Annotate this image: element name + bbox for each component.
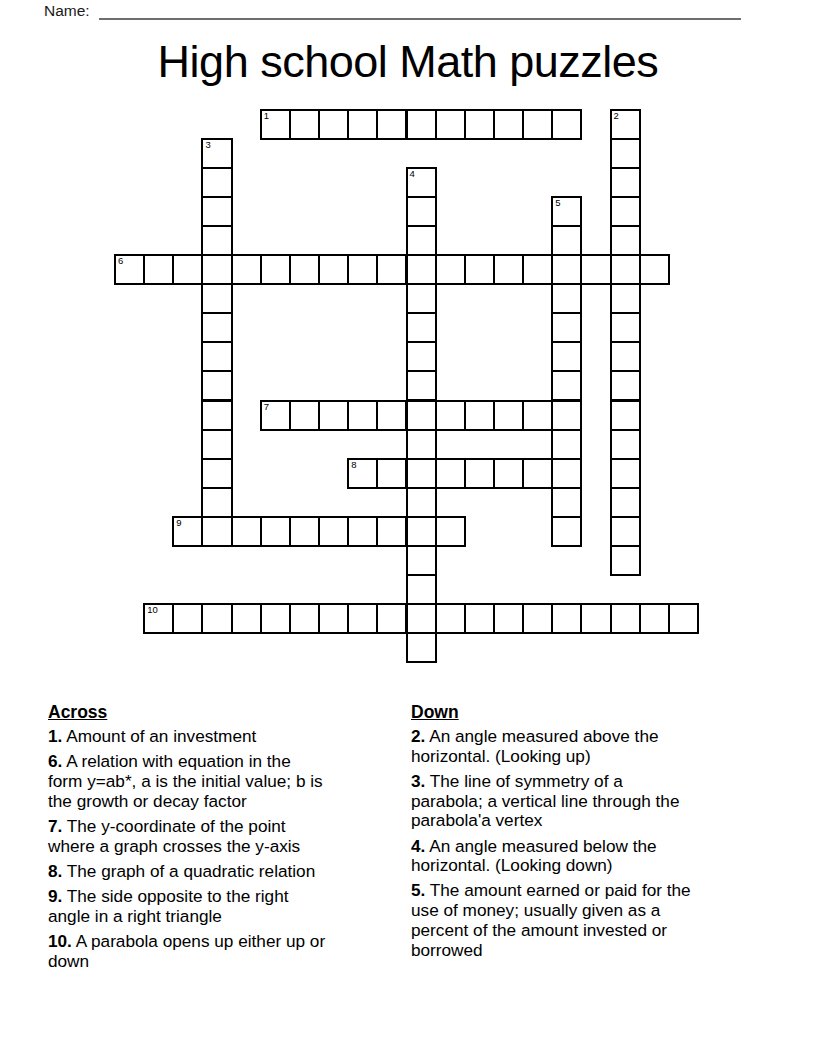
clue-across-6-number: 6. bbox=[48, 751, 62, 771]
clue-down-5: 5. The amount earned or paid for the use… bbox=[411, 881, 755, 960]
cell-r17c8[interactable] bbox=[347, 603, 378, 634]
cell-r2c3[interactable] bbox=[201, 167, 232, 198]
cell-r5c15[interactable] bbox=[551, 254, 582, 285]
cell-r17c6[interactable] bbox=[289, 603, 320, 634]
clue-number-4: 4 bbox=[410, 169, 415, 179]
cell-r12c15[interactable] bbox=[551, 458, 582, 489]
cell-r8c10[interactable] bbox=[406, 341, 437, 372]
cell-r0c7[interactable] bbox=[318, 109, 349, 140]
cell-r0c11[interactable] bbox=[435, 109, 466, 140]
clue-across-7-text: The y-coordinate of the point where a gr… bbox=[48, 816, 300, 856]
across-clues-section: Across 1. Amount of an investment6. A re… bbox=[48, 702, 394, 977]
cell-r14c7[interactable] bbox=[318, 516, 349, 547]
name-label: Name: bbox=[44, 2, 90, 19]
cell-r13c15[interactable] bbox=[551, 487, 582, 518]
cell-r7c10[interactable] bbox=[406, 312, 437, 343]
cell-r0c6[interactable] bbox=[289, 109, 320, 140]
cell-r10c14[interactable] bbox=[522, 400, 553, 431]
cell-r12c14[interactable] bbox=[522, 458, 553, 489]
cell-r14c8[interactable] bbox=[347, 516, 378, 547]
cell-r14c15[interactable] bbox=[551, 516, 582, 547]
cell-r12c10[interactable] bbox=[406, 458, 437, 489]
cell-r3c15[interactable]: 5 bbox=[551, 196, 582, 227]
clue-across-10: 10. A parabola opens up either up or dow… bbox=[48, 932, 394, 971]
crossword-grid: 12345678910 bbox=[115, 110, 699, 663]
cell-r0c5[interactable]: 1 bbox=[260, 109, 291, 140]
cell-r10c17[interactable] bbox=[610, 400, 641, 431]
cell-r12c8[interactable]: 8 bbox=[347, 458, 378, 489]
cell-r15c10[interactable] bbox=[406, 545, 437, 576]
cell-r5c0[interactable]: 6 bbox=[114, 254, 145, 285]
clue-across-8-number: 8. bbox=[48, 861, 62, 881]
cell-r5c11[interactable] bbox=[435, 254, 466, 285]
cell-r5c9[interactable] bbox=[376, 254, 407, 285]
cell-r6c10[interactable] bbox=[406, 283, 437, 314]
clue-across-10-text: A parabola opens up either up or down bbox=[48, 931, 325, 971]
cell-r12c9[interactable] bbox=[376, 458, 407, 489]
clue-number-3: 3 bbox=[205, 140, 210, 150]
clue-number-2: 2 bbox=[614, 111, 619, 121]
clue-across-9: 9. The side opposite to the right angle … bbox=[48, 887, 394, 926]
name-input-line[interactable] bbox=[99, 0, 741, 20]
cell-r14c10[interactable] bbox=[406, 516, 437, 547]
cell-r0c15[interactable] bbox=[551, 109, 582, 140]
cell-r5c3[interactable] bbox=[201, 254, 232, 285]
clue-down-3-number: 3. bbox=[411, 771, 425, 791]
cell-r10c9[interactable] bbox=[376, 400, 407, 431]
cell-r10c12[interactable] bbox=[464, 400, 495, 431]
cell-r11c15[interactable] bbox=[551, 429, 582, 460]
cell-r17c1[interactable]: 10 bbox=[143, 603, 174, 634]
worksheet-page: Name: High school Math puzzles 123456789… bbox=[0, 0, 816, 1056]
cell-r7c15[interactable] bbox=[551, 312, 582, 343]
clue-down-2-text: An angle measured above the horizontal. … bbox=[411, 726, 659, 766]
cell-r12c13[interactable] bbox=[493, 458, 524, 489]
clue-across-7-number: 7. bbox=[48, 816, 62, 836]
cell-r10c3[interactable] bbox=[201, 400, 232, 431]
page-title: High school Math puzzles bbox=[0, 33, 816, 91]
cell-r0c10[interactable] bbox=[406, 109, 437, 140]
cell-r9c17[interactable] bbox=[610, 370, 641, 401]
clue-number-6: 6 bbox=[118, 256, 123, 266]
clue-across-10-number: 10. bbox=[48, 931, 72, 951]
cell-r12c12[interactable] bbox=[464, 458, 495, 489]
cell-r4c10[interactable] bbox=[406, 225, 437, 256]
cell-r2c17[interactable] bbox=[610, 167, 641, 198]
clue-down-4: 4. An angle measured below the horizonta… bbox=[411, 837, 755, 876]
cell-r8c17[interactable] bbox=[610, 341, 641, 372]
cell-r4c15[interactable] bbox=[551, 225, 582, 256]
cell-r0c12[interactable] bbox=[464, 109, 495, 140]
clue-number-7: 7 bbox=[264, 402, 269, 412]
cell-r17c9[interactable] bbox=[376, 603, 407, 634]
cell-r15c17[interactable] bbox=[610, 545, 641, 576]
clue-number-9: 9 bbox=[176, 518, 181, 528]
cell-r18c10[interactable] bbox=[406, 632, 437, 663]
down-heading: Down bbox=[411, 702, 755, 722]
cell-r5c1[interactable] bbox=[143, 254, 174, 285]
clue-down-3: 3. The line of symmetry of a parabola; a… bbox=[411, 772, 755, 831]
cell-r17c4[interactable] bbox=[231, 603, 262, 634]
clue-across-1: 1. Amount of an investment bbox=[48, 727, 394, 747]
cell-r1c3[interactable]: 3 bbox=[201, 138, 232, 169]
cell-r17c12[interactable] bbox=[464, 603, 495, 634]
cell-r4c17[interactable] bbox=[610, 225, 641, 256]
cell-r14c4[interactable] bbox=[231, 516, 262, 547]
cell-r9c10[interactable] bbox=[406, 370, 437, 401]
cell-r13c3[interactable] bbox=[201, 487, 232, 518]
cell-r9c15[interactable] bbox=[551, 370, 582, 401]
clue-across-7: 7. The y-coordinate of the point where a… bbox=[48, 817, 394, 856]
clue-number-5: 5 bbox=[555, 198, 560, 208]
cell-r17c19[interactable] bbox=[668, 603, 699, 634]
cell-r5c10[interactable] bbox=[406, 254, 437, 285]
cell-r6c15[interactable] bbox=[551, 283, 582, 314]
clue-down-4-number: 4. bbox=[411, 836, 425, 856]
cell-r5c12[interactable] bbox=[464, 254, 495, 285]
cell-r10c11[interactable] bbox=[435, 400, 466, 431]
clue-across-8: 8. The graph of a quadratic relation bbox=[48, 862, 394, 882]
cell-r14c11[interactable] bbox=[435, 516, 466, 547]
clue-across-6-text: A relation with equation in the form y=a… bbox=[48, 751, 323, 810]
clue-number-10: 10 bbox=[147, 605, 158, 615]
across-heading: Across bbox=[48, 702, 394, 722]
cell-r10c5[interactable]: 7 bbox=[260, 400, 291, 431]
cell-r17c15[interactable] bbox=[551, 603, 582, 634]
clue-down-5-text: The amount earned or paid for the use of… bbox=[411, 880, 691, 959]
cell-r14c3[interactable] bbox=[201, 516, 232, 547]
clue-down-2: 2. An angle measured above the horizonta… bbox=[411, 727, 755, 766]
cell-r13c10[interactable] bbox=[406, 487, 437, 518]
cell-r17c5[interactable] bbox=[260, 603, 291, 634]
cell-r12c11[interactable] bbox=[435, 458, 466, 489]
clue-across-8-text: The graph of a quadratic relation bbox=[62, 861, 315, 881]
cell-r5c2[interactable] bbox=[172, 254, 203, 285]
cell-r5c6[interactable] bbox=[289, 254, 320, 285]
cell-r5c4[interactable] bbox=[231, 254, 262, 285]
cell-r17c16[interactable] bbox=[580, 603, 611, 634]
cell-r12c3[interactable] bbox=[201, 458, 232, 489]
cell-r13c17[interactable] bbox=[610, 487, 641, 518]
cell-r0c13[interactable] bbox=[493, 109, 524, 140]
cell-r3c3[interactable] bbox=[201, 196, 232, 227]
cell-r17c7[interactable] bbox=[318, 603, 349, 634]
cell-r16c10[interactable] bbox=[406, 574, 437, 605]
clue-across-1-text: Amount of an investment bbox=[62, 726, 256, 746]
cell-r5c16[interactable] bbox=[580, 254, 611, 285]
cell-r17c13[interactable] bbox=[493, 603, 524, 634]
cell-r11c3[interactable] bbox=[201, 429, 232, 460]
cell-r5c7[interactable] bbox=[318, 254, 349, 285]
cell-r5c17[interactable] bbox=[610, 254, 641, 285]
cell-r9c3[interactable] bbox=[201, 370, 232, 401]
clue-across-9-number: 9. bbox=[48, 886, 62, 906]
cell-r0c8[interactable] bbox=[347, 109, 378, 140]
clue-across-1-number: 1. bbox=[48, 726, 62, 746]
cell-r4c3[interactable] bbox=[201, 225, 232, 256]
cell-r11c17[interactable] bbox=[610, 429, 641, 460]
cell-r14c17[interactable] bbox=[610, 516, 641, 547]
cell-r3c17[interactable] bbox=[610, 196, 641, 227]
cell-r1c17[interactable] bbox=[610, 138, 641, 169]
cell-r17c14[interactable] bbox=[522, 603, 553, 634]
cell-r6c3[interactable] bbox=[201, 283, 232, 314]
cell-r5c13[interactable] bbox=[493, 254, 524, 285]
cell-r17c17[interactable] bbox=[610, 603, 641, 634]
cell-r10c7[interactable] bbox=[318, 400, 349, 431]
cell-r3c10[interactable] bbox=[406, 196, 437, 227]
cell-r11c10[interactable] bbox=[406, 429, 437, 460]
cell-r6c17[interactable] bbox=[610, 283, 641, 314]
cell-r8c3[interactable] bbox=[201, 341, 232, 372]
cell-r14c6[interactable] bbox=[289, 516, 320, 547]
clue-down-3-text: The line of symmetry of a parabola; a ve… bbox=[411, 771, 680, 830]
clue-number-8: 8 bbox=[351, 460, 356, 470]
cell-r10c8[interactable] bbox=[347, 400, 378, 431]
cell-r5c8[interactable] bbox=[347, 254, 378, 285]
cell-r14c9[interactable] bbox=[376, 516, 407, 547]
cell-r2c10[interactable]: 4 bbox=[406, 167, 437, 198]
clue-number-1: 1 bbox=[264, 111, 269, 121]
cell-r17c3[interactable] bbox=[201, 603, 232, 634]
cell-r17c18[interactable] bbox=[639, 603, 670, 634]
cell-r8c15[interactable] bbox=[551, 341, 582, 372]
cell-r17c10[interactable] bbox=[406, 603, 437, 634]
cell-r17c2[interactable] bbox=[172, 603, 203, 634]
cell-r5c14[interactable] bbox=[522, 254, 553, 285]
cell-r14c2[interactable]: 9 bbox=[172, 516, 203, 547]
cell-r10c10[interactable] bbox=[406, 400, 437, 431]
clue-across-9-text: The side opposite to the right angle in … bbox=[48, 886, 288, 926]
clue-down-2-number: 2. bbox=[411, 726, 425, 746]
cell-r10c13[interactable] bbox=[493, 400, 524, 431]
cell-r7c17[interactable] bbox=[610, 312, 641, 343]
down-clue-list: 2. An angle measured above the horizonta… bbox=[411, 727, 755, 960]
cell-r5c5[interactable] bbox=[260, 254, 291, 285]
cell-r12c17[interactable] bbox=[610, 458, 641, 489]
cell-r10c6[interactable] bbox=[289, 400, 320, 431]
cell-r5c18[interactable] bbox=[639, 254, 670, 285]
cell-r0c9[interactable] bbox=[376, 109, 407, 140]
cell-r7c3[interactable] bbox=[201, 312, 232, 343]
cell-r17c11[interactable] bbox=[435, 603, 466, 634]
down-clues-section: Down 2. An angle measured above the hori… bbox=[411, 702, 755, 966]
cell-r14c5[interactable] bbox=[260, 516, 291, 547]
clue-down-5-number: 5. bbox=[411, 880, 425, 900]
across-clue-list: 1. Amount of an investment6. A relation … bbox=[48, 727, 394, 971]
clue-down-4-text: An angle measured below the horizontal. … bbox=[411, 836, 657, 876]
cell-r0c17[interactable]: 2 bbox=[610, 109, 641, 140]
clue-across-6: 6. A relation with equation in the form … bbox=[48, 752, 394, 811]
cell-r0c14[interactable] bbox=[522, 109, 553, 140]
cell-r10c15[interactable] bbox=[551, 400, 582, 431]
